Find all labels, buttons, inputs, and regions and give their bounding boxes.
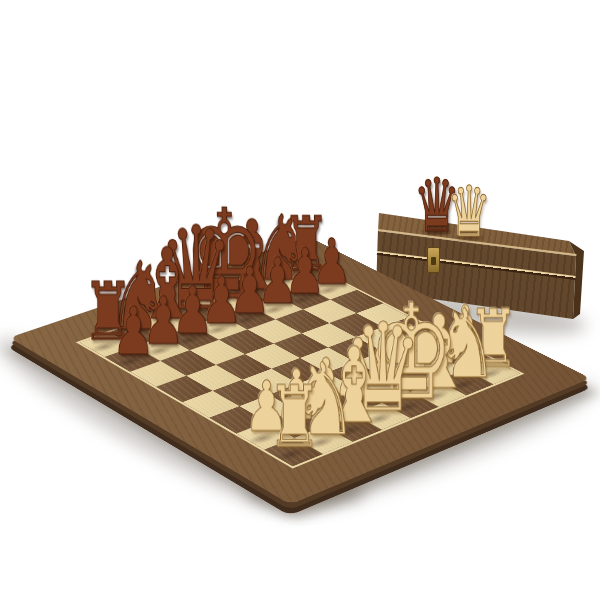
walnut-board-frame: ♜♞♝♛♚♝♞♜♟♟♟♟♟♟♟♟♟♟♟♟♟♟♟♟♜♞♝♛♚♝♞♜ bbox=[9, 237, 590, 505]
chess-board: ♜♞♝♛♚♝♞♜♟♟♟♟♟♟♟♟♟♟♟♟♟♟♟♟♜♞♝♛♚♝♞♜ bbox=[9, 237, 590, 505]
square-e6 bbox=[248, 319, 302, 343]
square-c6 bbox=[190, 340, 245, 365]
black-pawn-a7: ♟ bbox=[111, 299, 154, 366]
square-a1: ♜ bbox=[264, 438, 323, 467]
square-a5 bbox=[156, 376, 213, 402]
board-scene: ♜♞♝♛♚♝♞♜♟♟♟♟♟♟♟♟♟♟♟♟♟♟♟♟♜♞♝♛♚♝♞♜ bbox=[0, 0, 600, 600]
white-rook-a1: ♜ bbox=[266, 375, 321, 460]
maple-inlay-line: ♜♞♝♛♚♝♞♜♟♟♟♟♟♟♟♟♟♟♟♟♟♟♟♟♜♞♝♛♚♝♞♜ bbox=[76, 262, 525, 468]
chess-set-photo: ♛ ♛ ♜♞♝♛♚♝♞♜♟♟♟♟♟♟♟♟♟♟♟♟♟♟♟♟♜♞♝♛♚♝♞♜ bbox=[0, 0, 600, 600]
board-grid: ♜♞♝♛♚♝♞♜♟♟♟♟♟♟♟♟♟♟♟♟♟♟♟♟♜♞♝♛♚♝♞♜ bbox=[80, 264, 520, 466]
